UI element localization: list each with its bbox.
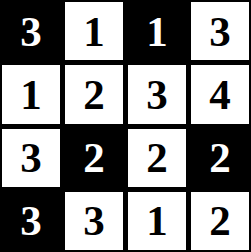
cell-value: 2 xyxy=(146,136,168,179)
cell-r1c3[interactable]: 4 xyxy=(191,65,249,123)
cell-r2c0[interactable]: 3 xyxy=(2,129,60,187)
cell-value: 3 xyxy=(20,199,42,242)
cell-r1c0[interactable]: 1 xyxy=(2,65,60,123)
cell-value: 3 xyxy=(209,10,231,53)
cell-value: 2 xyxy=(209,199,231,242)
cell-value: 1 xyxy=(83,10,105,53)
cell-r3c1[interactable]: 3 xyxy=(65,192,123,250)
cell-r0c1[interactable]: 1 xyxy=(65,2,123,60)
cell-value: 3 xyxy=(146,73,168,116)
cell-value: 2 xyxy=(209,136,231,179)
cell-value: 2 xyxy=(83,73,105,116)
cell-r1c2[interactable]: 3 xyxy=(128,65,186,123)
cell-r2c1[interactable]: 2 xyxy=(65,129,123,187)
cell-value: 1 xyxy=(20,73,42,116)
cell-value: 3 xyxy=(83,199,105,242)
hitori-board: 3 1 1 3 1 2 3 4 3 2 2 2 3 3 1 2 xyxy=(0,0,251,252)
cell-r0c2[interactable]: 1 xyxy=(128,2,186,60)
cell-value: 1 xyxy=(146,199,168,242)
cell-value: 3 xyxy=(20,136,42,179)
cell-value: 1 xyxy=(146,10,168,53)
cell-r1c1[interactable]: 2 xyxy=(65,65,123,123)
cell-r2c3[interactable]: 2 xyxy=(191,129,249,187)
cell-value: 4 xyxy=(209,73,231,116)
cell-value: 3 xyxy=(20,10,42,53)
cell-r3c2[interactable]: 1 xyxy=(128,192,186,250)
cell-r0c0[interactable]: 3 xyxy=(2,2,60,60)
cell-r3c0[interactable]: 3 xyxy=(2,192,60,250)
cell-r3c3[interactable]: 2 xyxy=(191,192,249,250)
cell-value: 2 xyxy=(83,136,105,179)
cell-r2c2[interactable]: 2 xyxy=(128,129,186,187)
cell-r0c3[interactable]: 3 xyxy=(191,2,249,60)
